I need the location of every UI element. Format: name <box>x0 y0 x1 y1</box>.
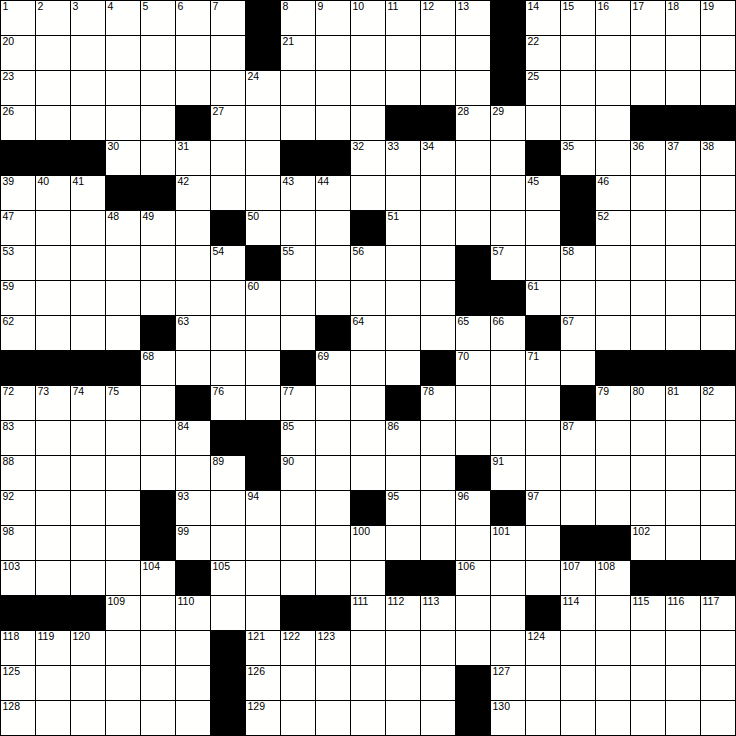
letter-cell[interactable]: 39 <box>1 176 35 210</box>
letter-cell[interactable] <box>141 36 175 70</box>
letter-cell[interactable]: 71 <box>526 351 560 385</box>
letter-cell[interactable] <box>106 316 140 350</box>
letter-cell[interactable] <box>666 281 700 315</box>
letter-cell[interactable] <box>211 526 245 560</box>
letter-cell[interactable]: 88 <box>1 456 35 490</box>
letter-cell[interactable] <box>456 596 490 630</box>
letter-cell[interactable] <box>176 631 210 665</box>
letter-cell[interactable]: 49 <box>141 211 175 245</box>
letter-cell[interactable]: 66 <box>491 316 525 350</box>
letter-cell[interactable] <box>386 666 420 700</box>
letter-cell[interactable]: 59 <box>1 281 35 315</box>
letter-cell[interactable]: 65 <box>456 316 490 350</box>
letter-cell[interactable] <box>36 666 70 700</box>
letter-cell[interactable] <box>491 596 525 630</box>
letter-cell[interactable] <box>176 351 210 385</box>
letter-cell[interactable] <box>386 456 420 490</box>
letter-cell[interactable] <box>631 246 665 280</box>
letter-cell[interactable] <box>281 316 315 350</box>
letter-cell[interactable] <box>561 351 595 385</box>
letter-cell[interactable] <box>246 596 280 630</box>
letter-cell[interactable]: 82 <box>701 386 735 420</box>
letter-cell[interactable]: 78 <box>421 386 455 420</box>
letter-cell[interactable] <box>351 386 385 420</box>
letter-cell[interactable]: 4 <box>106 1 140 35</box>
letter-cell[interactable] <box>106 526 140 560</box>
letter-cell[interactable] <box>666 246 700 280</box>
letter-cell[interactable] <box>526 701 560 735</box>
letter-cell[interactable]: 95 <box>386 491 420 525</box>
letter-cell[interactable] <box>526 421 560 455</box>
letter-cell[interactable]: 36 <box>631 141 665 175</box>
letter-cell[interactable] <box>526 211 560 245</box>
letter-cell[interactable] <box>246 141 280 175</box>
letter-cell[interactable]: 120 <box>71 631 105 665</box>
letter-cell[interactable] <box>386 36 420 70</box>
letter-cell[interactable] <box>211 491 245 525</box>
letter-cell[interactable] <box>246 351 280 385</box>
letter-cell[interactable] <box>701 281 735 315</box>
letter-cell[interactable]: 50 <box>246 211 280 245</box>
letter-cell[interactable] <box>36 106 70 140</box>
letter-cell[interactable] <box>141 456 175 490</box>
letter-cell[interactable]: 58 <box>561 246 595 280</box>
letter-cell[interactable] <box>36 211 70 245</box>
letter-cell[interactable] <box>631 701 665 735</box>
letter-cell[interactable]: 24 <box>246 71 280 105</box>
letter-cell[interactable]: 69 <box>316 351 350 385</box>
letter-cell[interactable] <box>106 421 140 455</box>
letter-cell[interactable] <box>106 246 140 280</box>
letter-cell[interactable]: 5 <box>141 1 175 35</box>
letter-cell[interactable]: 115 <box>631 596 665 630</box>
letter-cell[interactable] <box>526 386 560 420</box>
letter-cell[interactable] <box>526 106 560 140</box>
letter-cell[interactable] <box>351 631 385 665</box>
letter-cell[interactable] <box>176 456 210 490</box>
letter-cell[interactable] <box>141 106 175 140</box>
letter-cell[interactable]: 104 <box>141 561 175 595</box>
letter-cell[interactable] <box>561 631 595 665</box>
letter-cell[interactable] <box>71 281 105 315</box>
letter-cell[interactable]: 1 <box>1 1 35 35</box>
letter-cell[interactable]: 118 <box>1 631 35 665</box>
letter-cell[interactable] <box>351 281 385 315</box>
letter-cell[interactable]: 130 <box>491 701 525 735</box>
letter-cell[interactable] <box>316 246 350 280</box>
letter-cell[interactable] <box>666 36 700 70</box>
letter-cell[interactable] <box>491 141 525 175</box>
letter-cell[interactable] <box>421 316 455 350</box>
letter-cell[interactable]: 129 <box>246 701 280 735</box>
letter-cell[interactable] <box>71 701 105 735</box>
letter-cell[interactable]: 13 <box>456 1 490 35</box>
letter-cell[interactable] <box>526 246 560 280</box>
letter-cell[interactable] <box>631 421 665 455</box>
letter-cell[interactable]: 27 <box>211 106 245 140</box>
letter-cell[interactable] <box>491 386 525 420</box>
letter-cell[interactable]: 28 <box>456 106 490 140</box>
letter-cell[interactable] <box>141 281 175 315</box>
letter-cell[interactable]: 20 <box>1 36 35 70</box>
letter-cell[interactable] <box>666 666 700 700</box>
letter-cell[interactable] <box>176 36 210 70</box>
letter-cell[interactable] <box>421 456 455 490</box>
letter-cell[interactable] <box>281 211 315 245</box>
letter-cell[interactable] <box>71 106 105 140</box>
letter-cell[interactable]: 26 <box>1 106 35 140</box>
letter-cell[interactable]: 127 <box>491 666 525 700</box>
letter-cell[interactable] <box>456 386 490 420</box>
letter-cell[interactable] <box>421 176 455 210</box>
letter-cell[interactable]: 121 <box>246 631 280 665</box>
letter-cell[interactable] <box>36 281 70 315</box>
letter-cell[interactable]: 114 <box>561 596 595 630</box>
letter-cell[interactable] <box>596 141 630 175</box>
letter-cell[interactable]: 16 <box>596 1 630 35</box>
letter-cell[interactable]: 84 <box>176 421 210 455</box>
letter-cell[interactable]: 35 <box>561 141 595 175</box>
letter-cell[interactable]: 48 <box>106 211 140 245</box>
letter-cell[interactable] <box>386 176 420 210</box>
letter-cell[interactable] <box>246 386 280 420</box>
letter-cell[interactable] <box>281 701 315 735</box>
letter-cell[interactable]: 10 <box>351 1 385 35</box>
letter-cell[interactable]: 15 <box>561 1 595 35</box>
letter-cell[interactable] <box>631 211 665 245</box>
letter-cell[interactable] <box>456 631 490 665</box>
letter-cell[interactable] <box>701 176 735 210</box>
letter-cell[interactable]: 94 <box>246 491 280 525</box>
letter-cell[interactable] <box>701 701 735 735</box>
letter-cell[interactable] <box>106 631 140 665</box>
letter-cell[interactable] <box>351 561 385 595</box>
letter-cell[interactable] <box>281 71 315 105</box>
letter-cell[interactable] <box>701 631 735 665</box>
letter-cell[interactable] <box>211 316 245 350</box>
letter-cell[interactable] <box>456 71 490 105</box>
letter-cell[interactable] <box>386 631 420 665</box>
letter-cell[interactable] <box>246 176 280 210</box>
letter-cell[interactable] <box>491 211 525 245</box>
letter-cell[interactable] <box>106 106 140 140</box>
letter-cell[interactable] <box>421 666 455 700</box>
letter-cell[interactable] <box>211 596 245 630</box>
letter-cell[interactable]: 7 <box>211 1 245 35</box>
letter-cell[interactable]: 109 <box>106 596 140 630</box>
letter-cell[interactable]: 112 <box>386 596 420 630</box>
letter-cell[interactable] <box>141 631 175 665</box>
letter-cell[interactable] <box>701 316 735 350</box>
letter-cell[interactable] <box>246 316 280 350</box>
letter-cell[interactable] <box>316 456 350 490</box>
letter-cell[interactable] <box>36 701 70 735</box>
letter-cell[interactable] <box>36 526 70 560</box>
letter-cell[interactable]: 73 <box>36 386 70 420</box>
letter-cell[interactable] <box>631 666 665 700</box>
letter-cell[interactable] <box>71 456 105 490</box>
letter-cell[interactable] <box>36 561 70 595</box>
letter-cell[interactable] <box>666 631 700 665</box>
letter-cell[interactable]: 29 <box>491 106 525 140</box>
letter-cell[interactable]: 116 <box>666 596 700 630</box>
letter-cell[interactable] <box>526 526 560 560</box>
letter-cell[interactable] <box>316 211 350 245</box>
letter-cell[interactable] <box>421 211 455 245</box>
letter-cell[interactable] <box>351 36 385 70</box>
letter-cell[interactable]: 87 <box>561 421 595 455</box>
letter-cell[interactable] <box>316 386 350 420</box>
letter-cell[interactable] <box>246 561 280 595</box>
letter-cell[interactable] <box>631 491 665 525</box>
letter-cell[interactable] <box>666 456 700 490</box>
letter-cell[interactable]: 22 <box>526 36 560 70</box>
letter-cell[interactable] <box>596 36 630 70</box>
letter-cell[interactable] <box>246 526 280 560</box>
letter-cell[interactable] <box>701 491 735 525</box>
letter-cell[interactable]: 12 <box>421 1 455 35</box>
letter-cell[interactable] <box>351 71 385 105</box>
letter-cell[interactable] <box>106 36 140 70</box>
letter-cell[interactable] <box>631 456 665 490</box>
letter-cell[interactable]: 113 <box>421 596 455 630</box>
letter-cell[interactable]: 42 <box>176 176 210 210</box>
letter-cell[interactable] <box>666 701 700 735</box>
letter-cell[interactable] <box>71 246 105 280</box>
letter-cell[interactable] <box>526 561 560 595</box>
letter-cell[interactable] <box>141 386 175 420</box>
letter-cell[interactable] <box>421 281 455 315</box>
letter-cell[interactable]: 8 <box>281 1 315 35</box>
letter-cell[interactable]: 6 <box>176 1 210 35</box>
letter-cell[interactable] <box>596 491 630 525</box>
letter-cell[interactable] <box>701 36 735 70</box>
letter-cell[interactable] <box>666 526 700 560</box>
letter-cell[interactable]: 111 <box>351 596 385 630</box>
letter-cell[interactable]: 70 <box>456 351 490 385</box>
letter-cell[interactable] <box>281 281 315 315</box>
letter-cell[interactable]: 51 <box>386 211 420 245</box>
letter-cell[interactable] <box>176 281 210 315</box>
letter-cell[interactable] <box>71 526 105 560</box>
letter-cell[interactable] <box>36 491 70 525</box>
letter-cell[interactable] <box>666 211 700 245</box>
letter-cell[interactable] <box>351 421 385 455</box>
letter-cell[interactable] <box>666 421 700 455</box>
letter-cell[interactable]: 54 <box>211 246 245 280</box>
letter-cell[interactable] <box>176 666 210 700</box>
letter-cell[interactable] <box>386 281 420 315</box>
letter-cell[interactable]: 106 <box>456 561 490 595</box>
letter-cell[interactable] <box>246 106 280 140</box>
letter-cell[interactable] <box>596 421 630 455</box>
letter-cell[interactable]: 61 <box>526 281 560 315</box>
letter-cell[interactable] <box>71 71 105 105</box>
letter-cell[interactable]: 124 <box>526 631 560 665</box>
letter-cell[interactable]: 43 <box>281 176 315 210</box>
letter-cell[interactable] <box>596 71 630 105</box>
letter-cell[interactable]: 67 <box>561 316 595 350</box>
letter-cell[interactable] <box>141 666 175 700</box>
letter-cell[interactable] <box>456 176 490 210</box>
letter-cell[interactable] <box>421 491 455 525</box>
letter-cell[interactable]: 93 <box>176 491 210 525</box>
letter-cell[interactable] <box>561 71 595 105</box>
letter-cell[interactable]: 46 <box>596 176 630 210</box>
letter-cell[interactable]: 122 <box>281 631 315 665</box>
letter-cell[interactable] <box>71 491 105 525</box>
letter-cell[interactable]: 37 <box>666 141 700 175</box>
letter-cell[interactable] <box>561 701 595 735</box>
letter-cell[interactable]: 19 <box>701 1 735 35</box>
letter-cell[interactable] <box>141 246 175 280</box>
letter-cell[interactable]: 125 <box>1 666 35 700</box>
letter-cell[interactable]: 98 <box>1 526 35 560</box>
letter-cell[interactable] <box>106 491 140 525</box>
letter-cell[interactable] <box>71 211 105 245</box>
letter-cell[interactable] <box>71 36 105 70</box>
letter-cell[interactable] <box>386 351 420 385</box>
letter-cell[interactable]: 77 <box>281 386 315 420</box>
letter-cell[interactable]: 56 <box>351 246 385 280</box>
letter-cell[interactable] <box>631 316 665 350</box>
letter-cell[interactable]: 110 <box>176 596 210 630</box>
letter-cell[interactable] <box>491 561 525 595</box>
letter-cell[interactable] <box>176 211 210 245</box>
letter-cell[interactable] <box>491 421 525 455</box>
letter-cell[interactable] <box>491 631 525 665</box>
letter-cell[interactable] <box>631 36 665 70</box>
letter-cell[interactable] <box>211 281 245 315</box>
letter-cell[interactable] <box>141 596 175 630</box>
letter-cell[interactable] <box>176 71 210 105</box>
letter-cell[interactable] <box>316 281 350 315</box>
letter-cell[interactable] <box>106 456 140 490</box>
letter-cell[interactable]: 101 <box>491 526 525 560</box>
letter-cell[interactable]: 31 <box>176 141 210 175</box>
letter-cell[interactable] <box>596 666 630 700</box>
letter-cell[interactable] <box>106 701 140 735</box>
letter-cell[interactable]: 45 <box>526 176 560 210</box>
letter-cell[interactable]: 108 <box>596 561 630 595</box>
letter-cell[interactable] <box>71 666 105 700</box>
letter-cell[interactable]: 47 <box>1 211 35 245</box>
letter-cell[interactable] <box>421 631 455 665</box>
letter-cell[interactable]: 126 <box>246 666 280 700</box>
letter-cell[interactable]: 91 <box>491 456 525 490</box>
letter-cell[interactable]: 3 <box>71 1 105 35</box>
letter-cell[interactable]: 40 <box>36 176 70 210</box>
letter-cell[interactable]: 17 <box>631 1 665 35</box>
letter-cell[interactable] <box>386 316 420 350</box>
letter-cell[interactable] <box>631 176 665 210</box>
letter-cell[interactable] <box>386 701 420 735</box>
letter-cell[interactable] <box>561 281 595 315</box>
letter-cell[interactable] <box>71 316 105 350</box>
letter-cell[interactable] <box>421 246 455 280</box>
letter-cell[interactable] <box>36 36 70 70</box>
letter-cell[interactable] <box>596 316 630 350</box>
letter-cell[interactable] <box>456 141 490 175</box>
letter-cell[interactable] <box>316 36 350 70</box>
letter-cell[interactable]: 103 <box>1 561 35 595</box>
letter-cell[interactable] <box>596 106 630 140</box>
letter-cell[interactable] <box>281 491 315 525</box>
letter-cell[interactable] <box>36 246 70 280</box>
letter-cell[interactable] <box>596 596 630 630</box>
letter-cell[interactable]: 25 <box>526 71 560 105</box>
letter-cell[interactable] <box>211 351 245 385</box>
letter-cell[interactable] <box>526 666 560 700</box>
letter-cell[interactable] <box>421 71 455 105</box>
letter-cell[interactable] <box>701 526 735 560</box>
letter-cell[interactable] <box>386 71 420 105</box>
letter-cell[interactable] <box>491 176 525 210</box>
letter-cell[interactable]: 99 <box>176 526 210 560</box>
letter-cell[interactable]: 63 <box>176 316 210 350</box>
letter-cell[interactable]: 2 <box>36 1 70 35</box>
letter-cell[interactable]: 79 <box>596 386 630 420</box>
letter-cell[interactable]: 23 <box>1 71 35 105</box>
letter-cell[interactable]: 76 <box>211 386 245 420</box>
letter-cell[interactable]: 107 <box>561 561 595 595</box>
letter-cell[interactable] <box>281 561 315 595</box>
letter-cell[interactable]: 123 <box>316 631 350 665</box>
letter-cell[interactable] <box>36 316 70 350</box>
letter-cell[interactable]: 30 <box>106 141 140 175</box>
letter-cell[interactable]: 21 <box>281 36 315 70</box>
letter-cell[interactable]: 97 <box>526 491 560 525</box>
letter-cell[interactable] <box>316 666 350 700</box>
letter-cell[interactable] <box>456 211 490 245</box>
letter-cell[interactable] <box>561 456 595 490</box>
letter-cell[interactable]: 85 <box>281 421 315 455</box>
letter-cell[interactable] <box>351 351 385 385</box>
letter-cell[interactable] <box>596 246 630 280</box>
letter-cell[interactable] <box>281 106 315 140</box>
letter-cell[interactable] <box>106 281 140 315</box>
letter-cell[interactable]: 41 <box>71 176 105 210</box>
letter-cell[interactable] <box>351 701 385 735</box>
letter-cell[interactable] <box>176 701 210 735</box>
letter-cell[interactable] <box>631 71 665 105</box>
letter-cell[interactable] <box>526 456 560 490</box>
letter-cell[interactable] <box>561 36 595 70</box>
letter-cell[interactable] <box>456 36 490 70</box>
letter-cell[interactable] <box>281 666 315 700</box>
letter-cell[interactable]: 9 <box>316 1 350 35</box>
letter-cell[interactable] <box>666 316 700 350</box>
letter-cell[interactable] <box>141 421 175 455</box>
letter-cell[interactable] <box>141 71 175 105</box>
letter-cell[interactable] <box>631 631 665 665</box>
letter-cell[interactable] <box>561 106 595 140</box>
letter-cell[interactable] <box>491 351 525 385</box>
letter-cell[interactable] <box>106 561 140 595</box>
letter-cell[interactable]: 57 <box>491 246 525 280</box>
letter-cell[interactable]: 105 <box>211 561 245 595</box>
letter-cell[interactable] <box>36 456 70 490</box>
letter-cell[interactable]: 62 <box>1 316 35 350</box>
letter-cell[interactable] <box>596 631 630 665</box>
letter-cell[interactable]: 100 <box>351 526 385 560</box>
letter-cell[interactable] <box>106 666 140 700</box>
letter-cell[interactable] <box>386 526 420 560</box>
letter-cell[interactable] <box>596 701 630 735</box>
letter-cell[interactable]: 64 <box>351 316 385 350</box>
letter-cell[interactable]: 53 <box>1 246 35 280</box>
letter-cell[interactable] <box>596 281 630 315</box>
